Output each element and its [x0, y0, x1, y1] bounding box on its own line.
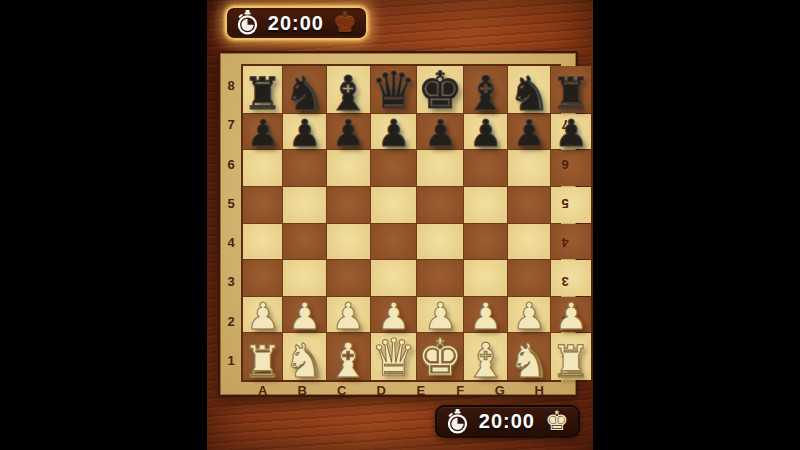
- square-b6[interactable]: [283, 150, 325, 186]
- square-e1[interactable]: ♚: [417, 333, 463, 380]
- piece-black-pawn[interactable]: ♟: [469, 117, 502, 151]
- square-b3[interactable]: [283, 260, 325, 296]
- piece-white-pawn[interactable]: ♟: [469, 300, 502, 334]
- square-c1[interactable]: ♝: [327, 333, 370, 380]
- piece-white-rook[interactable]: ♜: [243, 342, 282, 382]
- square-a8[interactable]: ♜: [243, 66, 282, 113]
- square-e3[interactable]: [417, 260, 463, 296]
- piece-white-queen[interactable]: ♛: [371, 335, 417, 382]
- rank-label: 4: [556, 223, 574, 262]
- rank-label: 1: [556, 341, 574, 380]
- square-f8[interactable]: ♝: [464, 66, 507, 113]
- piece-black-queen[interactable]: ♛: [371, 68, 417, 115]
- rank-label: 3: [222, 262, 240, 301]
- file-label: C: [322, 383, 362, 397]
- square-f2[interactable]: ♟: [464, 297, 507, 333]
- square-a2[interactable]: ♟: [243, 297, 282, 333]
- square-d6[interactable]: [371, 150, 417, 186]
- piece-black-pawn[interactable]: ♟: [513, 117, 546, 151]
- stopwatch-icon: [446, 409, 469, 435]
- file-label: E: [401, 383, 441, 397]
- square-e7[interactable]: ♟: [417, 114, 463, 150]
- piece-black-pawn[interactable]: ♟: [246, 117, 279, 151]
- piece-black-king[interactable]: ♚: [417, 68, 463, 115]
- square-e8[interactable]: ♚: [417, 66, 463, 113]
- piece-white-knight[interactable]: ♞: [508, 339, 550, 382]
- black-clock: 20:00 ♚: [225, 6, 368, 40]
- piece-white-pawn[interactable]: ♟: [332, 300, 365, 334]
- square-b1[interactable]: ♞: [283, 333, 325, 380]
- piece-white-bishop[interactable]: ♝: [464, 338, 507, 382]
- square-g6[interactable]: [508, 150, 550, 186]
- stopwatch-icon: [236, 10, 259, 36]
- white-clock-time: 20:00: [469, 410, 545, 433]
- piece-black-bishop[interactable]: ♝: [327, 71, 370, 115]
- rank-label: 8: [556, 66, 574, 105]
- square-e4[interactable]: [417, 224, 463, 260]
- file-label: A: [243, 383, 283, 397]
- square-c3[interactable]: [327, 260, 370, 296]
- white-king-icon: ♚: [545, 407, 569, 434]
- square-f5[interactable]: [464, 187, 507, 223]
- square-a6[interactable]: [243, 150, 282, 186]
- square-d1[interactable]: ♛: [371, 333, 417, 380]
- rank-label: 5: [222, 184, 240, 223]
- chess-app-screen: { "game": "chess", "position": { "fen": …: [0, 0, 800, 450]
- black-clock-time: 20:00: [259, 12, 333, 35]
- square-e5[interactable]: [417, 187, 463, 223]
- rank-label: 7: [556, 105, 574, 144]
- rank-label: 4: [222, 223, 240, 262]
- square-e6[interactable]: [417, 150, 463, 186]
- square-d7[interactable]: ♟: [371, 114, 417, 150]
- rank-labels-right: 87654321: [556, 66, 574, 380]
- square-g7[interactable]: ♟: [508, 114, 550, 150]
- square-a4[interactable]: [243, 224, 282, 260]
- piece-white-pawn[interactable]: ♟: [513, 300, 546, 334]
- file-label: G: [480, 383, 520, 397]
- rank-label: 2: [556, 302, 574, 341]
- square-g3[interactable]: [508, 260, 550, 296]
- square-d3[interactable]: [371, 260, 417, 296]
- piece-black-pawn[interactable]: ♟: [377, 117, 410, 151]
- piece-white-king[interactable]: ♚: [417, 335, 463, 382]
- square-f4[interactable]: [464, 224, 507, 260]
- piece-white-knight[interactable]: ♞: [283, 339, 325, 382]
- rank-label: 6: [222, 145, 240, 184]
- square-a3[interactable]: [243, 260, 282, 296]
- square-d8[interactable]: ♛: [371, 66, 417, 113]
- black-king-icon: ♚: [333, 9, 357, 36]
- board-squares: ♜♞♝♛♚♝♞♜♟♟♟♟♟♟♟♟♟♟♟♟♟♟♟♟♜♞♝♛♚♝♞♜: [241, 64, 561, 382]
- white-clock: 20:00 ♚: [435, 405, 580, 438]
- square-d5[interactable]: [371, 187, 417, 223]
- rank-label: 1: [222, 341, 240, 380]
- square-g2[interactable]: ♟: [508, 297, 550, 333]
- piece-black-pawn[interactable]: ♟: [288, 117, 321, 151]
- square-c4[interactable]: [327, 224, 370, 260]
- square-d2[interactable]: ♟: [371, 297, 417, 333]
- piece-white-pawn[interactable]: ♟: [288, 300, 321, 334]
- piece-black-pawn[interactable]: ♟: [424, 117, 457, 151]
- square-b2[interactable]: ♟: [283, 297, 325, 333]
- square-c2[interactable]: ♟: [327, 297, 370, 333]
- rank-label: 7: [222, 105, 240, 144]
- rank-labels-left: 87654321: [222, 66, 240, 380]
- piece-white-pawn[interactable]: ♟: [424, 300, 457, 334]
- piece-black-pawn[interactable]: ♟: [332, 117, 365, 151]
- piece-white-pawn[interactable]: ♟: [377, 300, 410, 334]
- square-f6[interactable]: [464, 150, 507, 186]
- square-d4[interactable]: [371, 224, 417, 260]
- square-f7[interactable]: ♟: [464, 114, 507, 150]
- rank-label: 8: [222, 66, 240, 105]
- square-c6[interactable]: [327, 150, 370, 186]
- file-label: H: [520, 383, 560, 397]
- file-labels: ABCDEFGH: [243, 383, 559, 397]
- square-b4[interactable]: [283, 224, 325, 260]
- square-g4[interactable]: [508, 224, 550, 260]
- chess-board: ♜♞♝♛♚♝♞♜♟♟♟♟♟♟♟♟♟♟♟♟♟♟♟♟♜♞♝♛♚♝♞♜ 8765432…: [218, 51, 578, 397]
- file-label: F: [441, 383, 481, 397]
- piece-black-knight[interactable]: ♞: [508, 72, 550, 115]
- piece-white-pawn[interactable]: ♟: [246, 300, 279, 334]
- rank-label: 5: [556, 184, 574, 223]
- square-b8[interactable]: ♞: [283, 66, 325, 113]
- square-a5[interactable]: [243, 187, 282, 223]
- piece-white-bishop[interactable]: ♝: [327, 338, 370, 382]
- file-label: B: [283, 383, 323, 397]
- square-f3[interactable]: [464, 260, 507, 296]
- square-g8[interactable]: ♞: [508, 66, 550, 113]
- square-e2[interactable]: ♟: [417, 297, 463, 333]
- square-a1[interactable]: ♜: [243, 333, 282, 380]
- square-g5[interactable]: [508, 187, 550, 223]
- square-c7[interactable]: ♟: [327, 114, 370, 150]
- file-label: D: [362, 383, 402, 397]
- piece-black-rook[interactable]: ♜: [243, 74, 282, 114]
- piece-black-bishop[interactable]: ♝: [464, 71, 507, 115]
- square-g1[interactable]: ♞: [508, 333, 550, 380]
- rank-label: 6: [556, 145, 574, 184]
- rank-label: 3: [556, 262, 574, 301]
- square-a7[interactable]: ♟: [243, 114, 282, 150]
- square-f1[interactable]: ♝: [464, 333, 507, 380]
- square-c5[interactable]: [327, 187, 370, 223]
- square-b5[interactable]: [283, 187, 325, 223]
- rank-label: 2: [222, 302, 240, 341]
- piece-black-knight[interactable]: ♞: [283, 72, 325, 115]
- square-b7[interactable]: ♟: [283, 114, 325, 150]
- square-c8[interactable]: ♝: [327, 66, 370, 113]
